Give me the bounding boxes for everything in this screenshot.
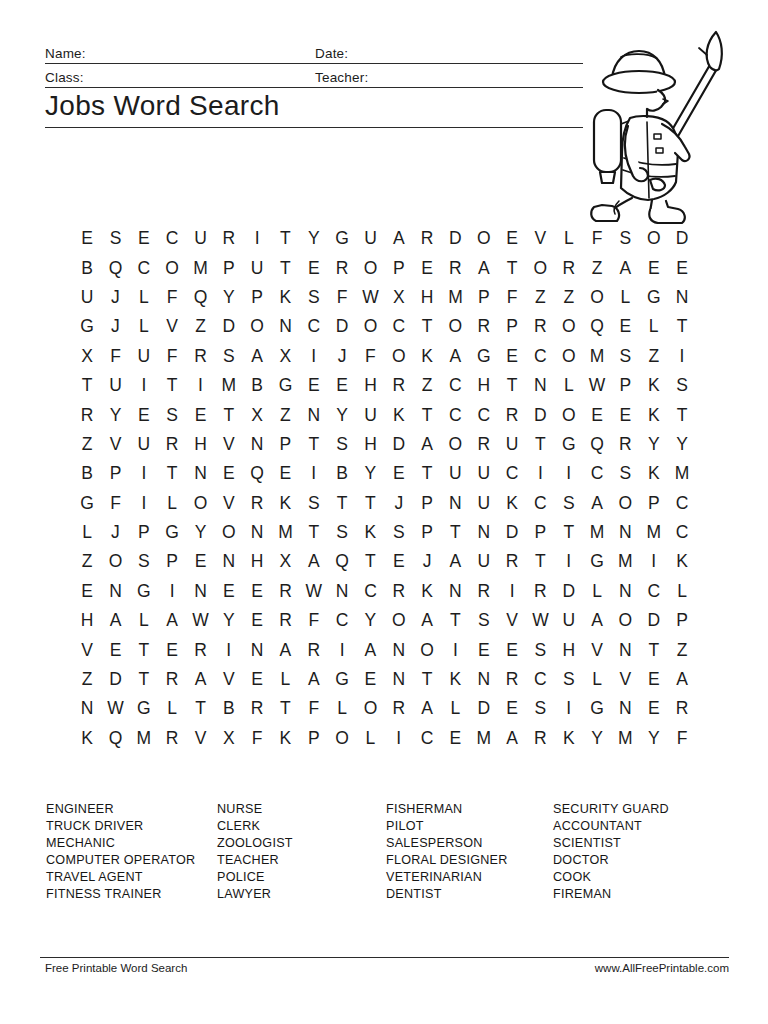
word-list-item: MECHANIC (46, 835, 195, 852)
grid-cell: R (498, 400, 526, 429)
grid-cell: T (498, 253, 526, 282)
grid-cell: H (555, 635, 583, 664)
grid-cell: D (640, 606, 668, 635)
name-label: Name: (45, 46, 86, 61)
grid-cell: Y (640, 430, 668, 459)
grid-cell: A (300, 547, 328, 576)
grid-cell: O (186, 489, 214, 518)
right-boot (649, 201, 684, 223)
grid-cell: E (73, 577, 101, 606)
grid-cell: M (470, 724, 498, 753)
grid-cell: A (668, 665, 696, 694)
grid-cell: G (130, 694, 158, 723)
grid-cell: C (441, 400, 469, 429)
grid-cell: C (498, 459, 526, 488)
grid-cell: K (271, 489, 299, 518)
grid-cell: R (271, 606, 299, 635)
grid-cell: Q (328, 547, 356, 576)
grid-cell: T (130, 635, 158, 664)
grid-cell: R (498, 547, 526, 576)
grid-cell: B (73, 459, 101, 488)
grid-cell: E (215, 459, 243, 488)
grid-cell: R (611, 430, 639, 459)
grid-cell: L (611, 283, 639, 312)
grid-cell: Z (73, 430, 101, 459)
footer-rule (40, 957, 729, 958)
grid-cell: O (215, 518, 243, 547)
grid-cell: Y (215, 283, 243, 312)
grid-cell: X (271, 547, 299, 576)
grid-cell: H (186, 430, 214, 459)
grid-cell: H (356, 371, 384, 400)
grid-cell: T (413, 459, 441, 488)
grid-cell: Z (73, 547, 101, 576)
grid-cell: T (498, 371, 526, 400)
word-list-item: DOCTOR (553, 852, 669, 869)
grid-cell: N (470, 518, 498, 547)
grid-cell: U (356, 224, 384, 253)
grid-cell: E (243, 577, 271, 606)
grid-cell: A (101, 606, 129, 635)
grid-cell: L (583, 577, 611, 606)
grid-cell: R (328, 253, 356, 282)
grid-cell: Y (356, 606, 384, 635)
grid-cell: T (300, 430, 328, 459)
word-list-item: ACCOUNTANT (553, 818, 669, 835)
grid-cell: I (215, 635, 243, 664)
grid-cell: H (470, 371, 498, 400)
grid-cell: S (526, 635, 554, 664)
grid-cell: W (583, 371, 611, 400)
grid-cell: S (611, 342, 639, 371)
word-search-grid: ESECURITYGUARDOEVLFSODBQCOMPUTEROPERATOR… (73, 224, 696, 753)
grid-cell: K (640, 459, 668, 488)
grid-cell: N (668, 283, 696, 312)
grid-cell: I (158, 577, 186, 606)
grid-cell: P (413, 518, 441, 547)
grid-cell: V (215, 665, 243, 694)
grid-cell: G (328, 224, 356, 253)
grid-cell: V (611, 665, 639, 694)
grid-cell: P (413, 489, 441, 518)
grid-cell: K (413, 577, 441, 606)
grid-cell: C (526, 489, 554, 518)
grid-cell: I (130, 489, 158, 518)
grid-cell: L (158, 489, 186, 518)
grid-cell: Z (271, 400, 299, 429)
grid-cell: N (441, 489, 469, 518)
grid-cell: I (555, 547, 583, 576)
grid-cell: U (470, 547, 498, 576)
grid-cell: R (300, 635, 328, 664)
grid-cell: R (158, 724, 186, 753)
grid-cell: S (215, 342, 243, 371)
grid-cell: E (498, 224, 526, 253)
grid-cell: E (385, 547, 413, 576)
word-list-item: TEACHER (217, 852, 293, 869)
grid-cell: C (526, 342, 554, 371)
grid-cell: P (130, 518, 158, 547)
word-list-item: COOK (553, 869, 669, 886)
grid-cell: Y (300, 224, 328, 253)
grid-cell: M (583, 518, 611, 547)
grid-cell: S (328, 430, 356, 459)
grid-cell: L (583, 665, 611, 694)
grid-cell: V (526, 224, 554, 253)
grid-cell: T (668, 400, 696, 429)
grid-cell: G (158, 518, 186, 547)
grid-cell: N (215, 547, 243, 576)
grid-cell: K (356, 518, 384, 547)
grid-cell: Y (101, 400, 129, 429)
worksheet-page: Name: Date: Class: Teacher: Jobs Word Se… (0, 0, 768, 1024)
grid-cell: G (73, 312, 101, 341)
word-list-item: SECURITY GUARD (553, 801, 669, 818)
grid-cell: E (640, 694, 668, 723)
grid-cell: J (101, 518, 129, 547)
grid-cell: K (271, 283, 299, 312)
grid-cell: Y (186, 518, 214, 547)
grid-cell: D (101, 665, 129, 694)
grid-cell: S (101, 224, 129, 253)
grid-cell: W (526, 606, 554, 635)
word-list-item: NURSE (217, 801, 293, 818)
grid-cell: C (158, 224, 186, 253)
footer-right-link[interactable]: www.AllFreePrintable.com (595, 962, 729, 974)
grid-cell: O (611, 606, 639, 635)
grid-cell: O (328, 724, 356, 753)
grid-cell: F (668, 724, 696, 753)
grid-cell: E (611, 400, 639, 429)
word-list-item: ZOOLOGIST (217, 835, 293, 852)
grid-cell: O (356, 694, 384, 723)
grid-cell: T (356, 489, 384, 518)
grid-cell: A (356, 635, 384, 664)
grid-cell: S (611, 224, 639, 253)
grid-cell: R (441, 253, 469, 282)
grid-cell: L (555, 224, 583, 253)
grid-cell: E (243, 665, 271, 694)
grid-cell: G (271, 371, 299, 400)
grid-cell: J (413, 547, 441, 576)
grid-cell: S (668, 371, 696, 400)
grid-cell: T (271, 694, 299, 723)
grid-cell: E (130, 224, 158, 253)
grid-cell: N (243, 430, 271, 459)
word-list-item: DENTIST (386, 886, 508, 903)
grid-cell: O (640, 224, 668, 253)
grid-cell: B (328, 459, 356, 488)
grid-cell: V (158, 312, 186, 341)
grid-cell: E (441, 724, 469, 753)
grid-cell: F (101, 342, 129, 371)
grid-cell: D (498, 518, 526, 547)
grid-cell: M (611, 547, 639, 576)
grid-cell: K (441, 665, 469, 694)
grid-cell: I (300, 342, 328, 371)
grid-cell: R (498, 665, 526, 694)
date-label: Date: (315, 46, 348, 61)
word-list-column: ENGINEERTRUCK DRIVERMECHANICCOMPUTER OPE… (46, 801, 195, 902)
grid-cell: V (73, 635, 101, 664)
grid-cell: P (215, 253, 243, 282)
teacher-label: Teacher: (315, 70, 368, 85)
grid-cell: O (441, 430, 469, 459)
grid-cell: X (385, 283, 413, 312)
grid-cell: J (101, 283, 129, 312)
grid-cell: W (101, 694, 129, 723)
grid-cell: R (186, 635, 214, 664)
grid-cell: P (385, 253, 413, 282)
grid-cell: L (130, 312, 158, 341)
grid-cell: W (186, 606, 214, 635)
grid-cell: Z (186, 312, 214, 341)
grid-cell: N (328, 577, 356, 606)
grid-cell: E (328, 371, 356, 400)
grid-cell: E (356, 665, 384, 694)
grid-cell: T (413, 665, 441, 694)
grid-cell: I (300, 459, 328, 488)
grid-cell: N (611, 577, 639, 606)
grid-cell: E (640, 665, 668, 694)
air-tank (594, 110, 621, 172)
grid-cell: V (215, 430, 243, 459)
grid-cell: L (328, 694, 356, 723)
grid-cell: C (441, 371, 469, 400)
grid-cell: R (526, 577, 554, 606)
grid-cell: A (413, 694, 441, 723)
grid-cell: A (385, 224, 413, 253)
grid-cell: M (611, 724, 639, 753)
grid-cell: C (640, 577, 668, 606)
grid-cell: F (158, 342, 186, 371)
grid-cell: A (441, 342, 469, 371)
grid-cell: T (441, 518, 469, 547)
grid-cell: T (640, 635, 668, 664)
grid-cell: L (668, 577, 696, 606)
grid-cell: R (470, 312, 498, 341)
grid-cell: L (158, 694, 186, 723)
grid-cell: T (130, 665, 158, 694)
grid-cell: A (300, 665, 328, 694)
grid-cell: X (243, 400, 271, 429)
grid-cell: N (73, 694, 101, 723)
grid-cell: H (356, 430, 384, 459)
grid-cell: Z (668, 635, 696, 664)
grid-cell: R (158, 430, 186, 459)
grid-cell: W (300, 577, 328, 606)
grid-cell: D (668, 224, 696, 253)
grid-cell: A (583, 489, 611, 518)
grid-cell: R (668, 694, 696, 723)
grid-cell: C (356, 577, 384, 606)
grid-cell: H (243, 547, 271, 576)
grid-cell: K (640, 400, 668, 429)
name-date-writing-line (45, 63, 583, 64)
grid-cell: I (130, 459, 158, 488)
grid-cell: M (186, 253, 214, 282)
grid-cell: T (413, 312, 441, 341)
grid-cell: N (526, 371, 554, 400)
grid-cell: M (640, 518, 668, 547)
grid-cell: F (328, 283, 356, 312)
word-list-item: COMPUTER OPERATOR (46, 852, 195, 869)
grid-cell: W (356, 283, 384, 312)
grid-cell: S (470, 606, 498, 635)
grid-cell: M (130, 724, 158, 753)
grid-cell: C (526, 665, 554, 694)
grid-cell: O (555, 342, 583, 371)
grid-cell: I (555, 694, 583, 723)
grid-cell: G (640, 283, 668, 312)
word-list-item: FLORAL DESIGNER (386, 852, 508, 869)
grid-cell: O (583, 283, 611, 312)
grid-cell: U (555, 606, 583, 635)
fireman-illustration (588, 30, 748, 224)
grid-cell: R (73, 400, 101, 429)
grid-cell: B (215, 694, 243, 723)
grid-cell: Q (243, 459, 271, 488)
grid-cell: E (158, 635, 186, 664)
grid-cell: Z (526, 283, 554, 312)
grid-cell: C (300, 312, 328, 341)
grid-cell: E (498, 342, 526, 371)
grid-cell: T (271, 224, 299, 253)
grid-cell: R (555, 253, 583, 282)
grid-cell: S (555, 489, 583, 518)
grid-cell: A (583, 606, 611, 635)
grid-cell: U (101, 371, 129, 400)
grid-cell: L (73, 518, 101, 547)
grid-cell: M (215, 371, 243, 400)
grid-cell: M (583, 342, 611, 371)
grid-cell: N (385, 635, 413, 664)
helmet-brim (603, 71, 675, 93)
grid-cell: E (243, 606, 271, 635)
grid-cell: C (385, 312, 413, 341)
grid-cell: O (356, 253, 384, 282)
word-list-item: CLERK (217, 818, 293, 835)
grid-cell: C (328, 606, 356, 635)
grid-cell: I (640, 547, 668, 576)
grid-cell: L (271, 665, 299, 694)
grid-cell: F (300, 606, 328, 635)
grid-cell: R (215, 224, 243, 253)
grid-cell: K (73, 724, 101, 753)
grid-cell: Q (101, 724, 129, 753)
grid-cell: T (158, 459, 186, 488)
grid-cell: U (73, 283, 101, 312)
grid-cell: C (413, 724, 441, 753)
grid-cell: Q (101, 253, 129, 282)
grid-cell: N (101, 577, 129, 606)
grid-cell: X (73, 342, 101, 371)
word-list-item: ENGINEER (46, 801, 195, 818)
grid-cell: U (470, 489, 498, 518)
grid-cell: Y (583, 724, 611, 753)
grid-cell: T (555, 518, 583, 547)
grid-cell: E (300, 253, 328, 282)
word-list-item: FITNESS TRAINER (46, 886, 195, 903)
grid-cell: S (611, 459, 639, 488)
grid-cell: E (271, 459, 299, 488)
grid-cell: T (158, 371, 186, 400)
grid-cell: U (243, 253, 271, 282)
grid-cell: J (101, 312, 129, 341)
grid-cell: E (101, 635, 129, 664)
word-list-column: NURSECLERKZOOLOGISTTEACHERPOLICELAWYER (217, 801, 293, 902)
word-list-item: SCIENTIST (553, 835, 669, 852)
grid-cell: N (441, 577, 469, 606)
grid-cell: A (413, 606, 441, 635)
grid-cell: P (498, 312, 526, 341)
grid-cell: D (526, 400, 554, 429)
word-list-item: PILOT (386, 818, 508, 835)
grid-cell: I (498, 577, 526, 606)
grid-cell: L (555, 371, 583, 400)
grid-cell: C (583, 459, 611, 488)
grid-cell: T (328, 489, 356, 518)
grid-cell: Y (640, 724, 668, 753)
grid-cell: G (555, 430, 583, 459)
title-rule (45, 127, 583, 128)
footer-left-text: Free Printable Word Search (45, 962, 187, 974)
grid-cell: M (668, 459, 696, 488)
grid-cell: R (158, 665, 186, 694)
word-list-item: FISHERMAN (386, 801, 508, 818)
grid-cell: V (215, 489, 243, 518)
grid-cell: T (73, 371, 101, 400)
grid-cell: P (526, 518, 554, 547)
grid-cell: I (130, 371, 158, 400)
grid-cell: T (668, 312, 696, 341)
word-list-item: POLICE (217, 869, 293, 886)
grid-cell: A (441, 547, 469, 576)
grid-cell: P (243, 283, 271, 312)
grid-cell: P (158, 547, 186, 576)
grid-cell: E (73, 224, 101, 253)
grid-cell: X (271, 342, 299, 371)
grid-cell: H (73, 606, 101, 635)
word-list-item: LAWYER (217, 886, 293, 903)
grid-cell: A (243, 342, 271, 371)
grid-cell: N (385, 665, 413, 694)
grid-cell: R (526, 312, 554, 341)
grid-cell: T (526, 547, 554, 576)
grid-cell: K (385, 400, 413, 429)
grid-cell: E (130, 400, 158, 429)
grid-cell: E (413, 253, 441, 282)
grid-cell: O (385, 606, 413, 635)
grid-cell: R (186, 342, 214, 371)
grid-cell: R (385, 371, 413, 400)
grid-cell: M (441, 283, 469, 312)
grid-cell: S (328, 518, 356, 547)
grid-cell: O (555, 400, 583, 429)
word-list-column: FISHERMANPILOTSALESPERSONFLORAL DESIGNER… (386, 801, 508, 902)
grid-cell: T (215, 400, 243, 429)
grid-cell: P (101, 459, 129, 488)
grid-cell: F (243, 724, 271, 753)
grid-cell: V (583, 635, 611, 664)
grid-cell: N (300, 400, 328, 429)
grid-cell: L (130, 283, 158, 312)
grid-cell: N (611, 635, 639, 664)
grid-cell: T (300, 518, 328, 547)
grid-cell: U (470, 459, 498, 488)
grid-cell: I (555, 459, 583, 488)
grid-cell: K (668, 547, 696, 576)
